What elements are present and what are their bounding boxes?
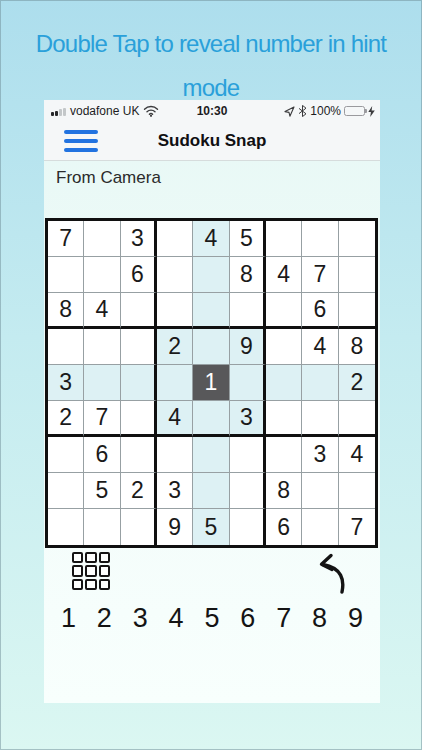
cell-r2c1[interactable] — [48, 257, 84, 293]
cell-r7c3[interactable] — [121, 437, 157, 473]
cell-r7c2[interactable]: 6 — [84, 437, 120, 473]
cell-r9c4[interactable]: 9 — [157, 509, 193, 545]
cell-r9c9[interactable]: 7 — [339, 509, 375, 545]
cell-r6c7[interactable] — [266, 401, 302, 437]
numpad-1[interactable]: 1 — [61, 600, 76, 636]
cell-r6c9[interactable] — [339, 401, 375, 437]
cell-r5c2[interactable] — [84, 365, 120, 401]
nav-bar: Sudoku Snap — [44, 122, 380, 161]
cell-r5c7[interactable] — [266, 365, 302, 401]
cell-r2c7[interactable]: 4 — [266, 257, 302, 293]
cell-r3c1[interactable]: 8 — [48, 293, 84, 329]
cell-r1c6[interactable]: 5 — [230, 221, 266, 257]
cell-r9c8[interactable] — [302, 509, 338, 545]
cell-r2c3[interactable]: 6 — [121, 257, 157, 293]
cell-r2c9[interactable] — [339, 257, 375, 293]
cell-r4c4[interactable]: 2 — [157, 329, 193, 365]
cell-r6c1[interactable]: 2 — [48, 401, 84, 437]
cell-r4c5[interactable] — [193, 329, 229, 365]
cell-r4c6[interactable]: 9 — [230, 329, 266, 365]
cell-r5c3[interactable] — [121, 365, 157, 401]
cell-r4c9[interactable]: 8 — [339, 329, 375, 365]
cell-r3c8[interactable]: 6 — [302, 293, 338, 329]
cell-r9c7[interactable]: 6 — [266, 509, 302, 545]
phone-screenshot: vodafone UK 10:30 100% — [44, 100, 380, 703]
cell-r9c3[interactable] — [121, 509, 157, 545]
cell-r7c4[interactable] — [157, 437, 193, 473]
cell-r3c6[interactable] — [230, 293, 266, 329]
cell-r1c5[interactable]: 4 — [193, 221, 229, 257]
numpad-7[interactable]: 7 — [276, 600, 291, 636]
cell-r1c3[interactable]: 3 — [121, 221, 157, 257]
cell-r3c7[interactable] — [266, 293, 302, 329]
hero-caption-line1: Double Tap to reveal number in hint — [0, 22, 422, 66]
cell-r6c2[interactable]: 7 — [84, 401, 120, 437]
cell-r7c5[interactable] — [193, 437, 229, 473]
cell-r9c6[interactable] — [230, 509, 266, 545]
cell-r1c8[interactable] — [302, 221, 338, 257]
cell-r7c6[interactable] — [230, 437, 266, 473]
cell-r2c2[interactable] — [84, 257, 120, 293]
cell-r6c4[interactable]: 4 — [157, 401, 193, 437]
cell-r5c8[interactable] — [302, 365, 338, 401]
undo-arrow-icon — [314, 550, 354, 594]
cell-r4c7[interactable] — [266, 329, 302, 365]
pencil-keypad-icon[interactable] — [72, 552, 110, 590]
charging-bolt-icon — [368, 106, 375, 117]
cell-r5c5[interactable]: 1 — [193, 365, 229, 401]
cell-r6c5[interactable] — [193, 401, 229, 437]
undo-button[interactable] — [314, 550, 354, 594]
numpad-9[interactable]: 9 — [348, 600, 363, 636]
cell-r1c9[interactable] — [339, 221, 375, 257]
numpad-5[interactable]: 5 — [204, 600, 219, 636]
cell-r7c8[interactable]: 3 — [302, 437, 338, 473]
cell-r7c1[interactable] — [48, 437, 84, 473]
cell-r7c7[interactable] — [266, 437, 302, 473]
status-right: 100% — [284, 100, 375, 122]
cell-r1c7[interactable] — [266, 221, 302, 257]
cell-r2c4[interactable] — [157, 257, 193, 293]
cell-r9c2[interactable] — [84, 509, 120, 545]
numpad-4[interactable]: 4 — [169, 600, 184, 636]
battery-percent-label: 100% — [310, 104, 341, 118]
status-bar: vodafone UK 10:30 100% — [44, 100, 380, 122]
numpad-2[interactable]: 2 — [97, 600, 112, 636]
cell-r3c4[interactable] — [157, 293, 193, 329]
cell-r8c8[interactable] — [302, 473, 338, 509]
cell-r3c5[interactable] — [193, 293, 229, 329]
battery-icon — [344, 106, 365, 117]
bluetooth-icon — [298, 105, 307, 117]
cell-r5c9[interactable]: 2 — [339, 365, 375, 401]
cell-r1c2[interactable] — [84, 221, 120, 257]
cell-r2c6[interactable]: 8 — [230, 257, 266, 293]
cell-r8c3[interactable]: 2 — [121, 473, 157, 509]
cell-r8c7[interactable]: 8 — [266, 473, 302, 509]
cell-r2c5[interactable] — [193, 257, 229, 293]
cell-r5c1[interactable]: 3 — [48, 365, 84, 401]
cell-r5c6[interactable] — [230, 365, 266, 401]
cell-r4c2[interactable] — [84, 329, 120, 365]
cell-r1c4[interactable] — [157, 221, 193, 257]
cell-r4c3[interactable] — [121, 329, 157, 365]
cell-r9c5[interactable]: 5 — [193, 509, 229, 545]
number-pad: 123456789 — [44, 600, 380, 636]
cell-r8c4[interactable]: 3 — [157, 473, 193, 509]
app-store-screenshot: Double Tap to reveal number in hint mode… — [0, 0, 422, 750]
cell-r6c3[interactable] — [121, 401, 157, 437]
location-arrow-icon — [284, 106, 295, 117]
cell-r3c3[interactable] — [121, 293, 157, 329]
cell-r8c2[interactable]: 5 — [84, 473, 120, 509]
cell-r5c4[interactable] — [157, 365, 193, 401]
sudoku-grid: 734568478462948312274363452389567 — [45, 218, 378, 548]
cell-r4c1[interactable] — [48, 329, 84, 365]
cell-r7c9[interactable]: 4 — [339, 437, 375, 473]
cell-r6c8[interactable] — [302, 401, 338, 437]
app-title: Sudoku Snap — [44, 122, 380, 160]
numpad-6[interactable]: 6 — [240, 600, 255, 636]
cell-r8c5[interactable] — [193, 473, 229, 509]
cell-r8c9[interactable] — [339, 473, 375, 509]
cell-r2c8[interactable]: 7 — [302, 257, 338, 293]
cell-r3c2[interactable]: 4 — [84, 293, 120, 329]
cell-r8c1[interactable] — [48, 473, 84, 509]
cell-r4c8[interactable]: 4 — [302, 329, 338, 365]
source-label: From Camera — [56, 168, 161, 188]
cell-r3c9[interactable] — [339, 293, 375, 329]
hero-caption: Double Tap to reveal number in hint mode — [0, 22, 422, 110]
numpad-8[interactable]: 8 — [312, 600, 327, 636]
cell-r9c1[interactable] — [48, 509, 84, 545]
numpad-3[interactable]: 3 — [133, 600, 148, 636]
cell-r8c6[interactable] — [230, 473, 266, 509]
cell-r1c1[interactable]: 7 — [48, 221, 84, 257]
cell-r6c6[interactable]: 3 — [230, 401, 266, 437]
